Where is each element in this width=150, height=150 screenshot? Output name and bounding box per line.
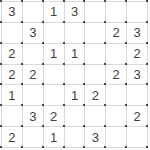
cell-r4c4[interactable] (65, 65, 86, 86)
cell-r4c7[interactable]: 3 (127, 65, 148, 86)
cell-r7c2[interactable] (23, 127, 44, 148)
cell-r3c6[interactable] (106, 44, 127, 65)
cell-r6c7[interactable]: 2 (127, 106, 148, 127)
cell-r1c1[interactable]: 3 (2, 2, 23, 23)
cell-r5c5[interactable]: 2 (85, 85, 106, 106)
cell-r5c1[interactable]: 1 (2, 85, 23, 106)
cell-r5c6[interactable] (106, 85, 127, 106)
cell-r3c7[interactable]: 2 (127, 44, 148, 65)
cell-r4c1[interactable]: 2 (2, 65, 23, 86)
clue-grid: 31332321122223112322213 (1, 1, 148, 148)
cell-r7c1[interactable]: 2 (2, 127, 23, 148)
cell-r7c3[interactable]: 1 (44, 127, 65, 148)
cell-r1c7[interactable] (127, 2, 148, 23)
cell-r6c6[interactable] (106, 106, 127, 127)
cell-r4c5[interactable] (85, 65, 106, 86)
cell-r6c2[interactable]: 3 (23, 106, 44, 127)
cell-r2c1[interactable] (2, 23, 23, 44)
cell-r2c4[interactable] (65, 23, 86, 44)
cell-r2c6[interactable]: 2 (106, 23, 127, 44)
cell-r3c2[interactable] (23, 44, 44, 65)
cell-r1c4[interactable]: 3 (65, 2, 86, 23)
cell-r2c3[interactable] (44, 23, 65, 44)
cell-r6c4[interactable] (65, 106, 86, 127)
cell-r1c3[interactable]: 1 (44, 2, 65, 23)
cell-r3c3[interactable]: 1 (44, 44, 65, 65)
cell-r4c2[interactable]: 2 (23, 65, 44, 86)
cell-r1c5[interactable] (85, 2, 106, 23)
cell-r1c6[interactable] (106, 2, 127, 23)
cell-r5c2[interactable] (23, 85, 44, 106)
cell-r2c5[interactable] (85, 23, 106, 44)
cell-r5c7[interactable] (127, 85, 148, 106)
cell-r5c3[interactable] (44, 85, 65, 106)
cell-r4c3[interactable] (44, 65, 65, 86)
cell-r6c5[interactable] (85, 106, 106, 127)
cell-r7c5[interactable]: 3 (85, 127, 106, 148)
cell-r5c4[interactable]: 1 (65, 85, 86, 106)
cell-r6c3[interactable]: 2 (44, 106, 65, 127)
cell-r6c1[interactable] (2, 106, 23, 127)
cell-r4c6[interactable]: 2 (106, 65, 127, 86)
cell-r3c4[interactable]: 1 (65, 44, 86, 65)
cell-r2c2[interactable]: 3 (23, 23, 44, 44)
cell-r3c1[interactable]: 2 (2, 44, 23, 65)
cell-r1c2[interactable] (23, 2, 44, 23)
cell-r7c7[interactable] (127, 127, 148, 148)
slitherlink-board: 31332321122223112322213 (1, 1, 148, 148)
cell-r2c7[interactable]: 3 (127, 23, 148, 44)
cell-r3c5[interactable] (85, 44, 106, 65)
cell-r7c4[interactable] (65, 127, 86, 148)
cell-r7c6[interactable] (106, 127, 127, 148)
